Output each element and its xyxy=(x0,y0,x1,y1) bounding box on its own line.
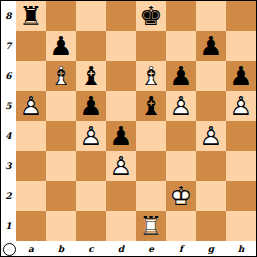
square-g1[interactable] xyxy=(196,211,226,241)
square-f1[interactable] xyxy=(166,211,196,241)
black-pawn[interactable]: ♟ xyxy=(46,31,76,61)
rank-label-7: 7 xyxy=(1,31,16,61)
square-c7[interactable] xyxy=(76,31,106,61)
square-c6[interactable]: ♝ xyxy=(76,61,106,91)
square-a7[interactable] xyxy=(16,31,46,61)
square-d2[interactable] xyxy=(106,181,136,211)
square-c3[interactable] xyxy=(76,151,106,181)
black-piece-fill: ♟ xyxy=(106,121,136,151)
square-f3[interactable] xyxy=(166,151,196,181)
white-to-move-indicator xyxy=(3,243,16,256)
white-pawn[interactable]: ♟♙ xyxy=(226,91,256,121)
black-pawn[interactable]: ♟ xyxy=(226,61,256,91)
square-a3[interactable] xyxy=(16,151,46,181)
square-g2[interactable] xyxy=(196,181,226,211)
square-f7[interactable] xyxy=(166,31,196,61)
square-b4[interactable] xyxy=(46,121,76,151)
square-c8[interactable] xyxy=(76,1,106,31)
square-f8[interactable] xyxy=(166,1,196,31)
square-h8[interactable] xyxy=(226,1,256,31)
black-bishop[interactable]: ♝ xyxy=(136,91,166,121)
square-b8[interactable] xyxy=(46,1,76,31)
file-label-d: d xyxy=(106,241,136,256)
square-d4[interactable]: ♟ xyxy=(106,121,136,151)
square-d8[interactable] xyxy=(106,1,136,31)
black-piece-fill: ♝ xyxy=(76,61,106,91)
square-b5[interactable] xyxy=(46,91,76,121)
file-label-c: c xyxy=(76,241,106,256)
square-c4[interactable]: ♟♙ xyxy=(76,121,106,151)
square-g3[interactable] xyxy=(196,151,226,181)
rank-label-2: 2 xyxy=(1,181,16,211)
square-f4[interactable] xyxy=(166,121,196,151)
square-e8[interactable]: ♚ xyxy=(136,1,166,31)
square-g4[interactable]: ♟♙ xyxy=(196,121,226,151)
rank-label-6: 6 xyxy=(1,61,16,91)
square-g6[interactable] xyxy=(196,61,226,91)
black-king[interactable]: ♚ xyxy=(136,1,166,31)
square-d6[interactable] xyxy=(106,61,136,91)
square-b3[interactable] xyxy=(46,151,76,181)
square-e2[interactable] xyxy=(136,181,166,211)
white-piece-outline: ♗ xyxy=(136,61,166,91)
square-h5[interactable]: ♟♙ xyxy=(226,91,256,121)
square-f6[interactable]: ♟ xyxy=(166,61,196,91)
square-d1[interactable] xyxy=(106,211,136,241)
black-piece-fill: ♟ xyxy=(46,31,76,61)
black-piece-fill: ♟ xyxy=(76,91,106,121)
white-pawn[interactable]: ♟♙ xyxy=(106,151,136,181)
square-e5[interactable]: ♝ xyxy=(136,91,166,121)
square-e3[interactable] xyxy=(136,151,166,181)
black-bishop[interactable]: ♝ xyxy=(76,61,106,91)
square-g8[interactable] xyxy=(196,1,226,31)
white-pawn[interactable]: ♟♙ xyxy=(76,121,106,151)
square-e6[interactable]: ♝♗ xyxy=(136,61,166,91)
square-d3[interactable]: ♟♙ xyxy=(106,151,136,181)
white-piece-outline: ♙ xyxy=(226,91,256,121)
black-piece-fill: ♚ xyxy=(136,1,166,31)
white-piece-outline: ♔ xyxy=(166,181,196,211)
rank-label-8: 8 xyxy=(1,1,16,31)
square-b1[interactable] xyxy=(46,211,76,241)
square-h6[interactable]: ♟ xyxy=(226,61,256,91)
square-d7[interactable] xyxy=(106,31,136,61)
square-a1[interactable] xyxy=(16,211,46,241)
white-pawn[interactable]: ♟♙ xyxy=(16,91,46,121)
black-pawn[interactable]: ♟ xyxy=(106,121,136,151)
square-b6[interactable]: ♝♗ xyxy=(46,61,76,91)
square-a2[interactable] xyxy=(16,181,46,211)
black-pawn[interactable]: ♟ xyxy=(76,91,106,121)
square-a6[interactable] xyxy=(16,61,46,91)
square-c5[interactable]: ♟ xyxy=(76,91,106,121)
square-b2[interactable] xyxy=(46,181,76,211)
square-b7[interactable]: ♟ xyxy=(46,31,76,61)
square-a5[interactable]: ♟♙ xyxy=(16,91,46,121)
square-g7[interactable]: ♟ xyxy=(196,31,226,61)
white-piece-outline: ♙ xyxy=(106,151,136,181)
square-c2[interactable] xyxy=(76,181,106,211)
square-c1[interactable] xyxy=(76,211,106,241)
file-label-a: a xyxy=(16,241,46,256)
black-pawn[interactable]: ♟ xyxy=(166,61,196,91)
file-label-b: b xyxy=(46,241,76,256)
white-piece-outline: ♙ xyxy=(76,121,106,151)
white-piece-outline: ♙ xyxy=(196,121,226,151)
square-a8[interactable]: ♜ xyxy=(16,1,46,31)
square-f2[interactable]: ♚♔ xyxy=(166,181,196,211)
square-a4[interactable] xyxy=(16,121,46,151)
file-label-e: e xyxy=(136,241,166,256)
black-piece-fill: ♟ xyxy=(196,31,226,61)
square-f5[interactable]: ♟♙ xyxy=(166,91,196,121)
black-pawn[interactable]: ♟ xyxy=(196,31,226,61)
white-king[interactable]: ♚♔ xyxy=(166,181,196,211)
square-g5[interactable] xyxy=(196,91,226,121)
white-piece-outline: ♙ xyxy=(166,91,196,121)
black-piece-fill: ♜ xyxy=(16,1,46,31)
file-label-f: f xyxy=(166,241,196,256)
white-piece-outline: ♗ xyxy=(46,61,76,91)
rank-label-3: 3 xyxy=(1,151,16,181)
board: ♜♚♟♟♝♗♝♝♗♟♟♟♙♟♝♟♙♟♙♟♙♟♟♙♟♙♚♔♜♖ xyxy=(16,1,256,241)
black-rook[interactable]: ♜ xyxy=(16,1,46,31)
white-bishop[interactable]: ♝♗ xyxy=(136,61,166,91)
square-h4[interactable] xyxy=(226,121,256,151)
chess-diagram: 87654321 ♜♚♟♟♝♗♝♝♗♟♟♟♙♟♝♟♙♟♙♟♙♟♟♙♟♙♚♔♜♖ … xyxy=(0,0,257,257)
black-piece-fill: ♟ xyxy=(166,61,196,91)
rank-label-5: 5 xyxy=(1,91,16,121)
white-pawn[interactable]: ♟♙ xyxy=(166,91,196,121)
white-bishop[interactable]: ♝♗ xyxy=(46,61,76,91)
file-labels: abcdefgh xyxy=(16,241,256,256)
black-piece-fill: ♝ xyxy=(136,91,166,121)
white-piece-outline: ♖ xyxy=(136,211,166,241)
square-h7[interactable] xyxy=(226,31,256,61)
rank-label-1: 1 xyxy=(1,211,16,241)
white-piece-outline: ♙ xyxy=(16,91,46,121)
rank-label-4: 4 xyxy=(1,121,16,151)
square-h2[interactable] xyxy=(226,181,256,211)
file-label-g: g xyxy=(196,241,226,256)
square-d5[interactable] xyxy=(106,91,136,121)
square-h3[interactable] xyxy=(226,151,256,181)
white-pawn[interactable]: ♟♙ xyxy=(196,121,226,151)
black-piece-fill: ♟ xyxy=(226,61,256,91)
square-e1[interactable]: ♜♖ xyxy=(136,211,166,241)
square-h1[interactable] xyxy=(226,211,256,241)
square-e4[interactable] xyxy=(136,121,166,151)
square-e7[interactable] xyxy=(136,31,166,61)
file-label-h: h xyxy=(226,241,256,256)
white-rook[interactable]: ♜♖ xyxy=(136,211,166,241)
rank-labels: 87654321 xyxy=(1,1,16,241)
